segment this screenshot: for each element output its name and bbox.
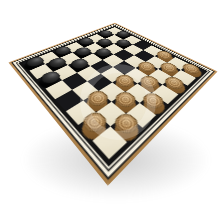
board-perspective-wrapper bbox=[36, 0, 190, 144]
checkers-set-photo bbox=[0, 0, 222, 211]
